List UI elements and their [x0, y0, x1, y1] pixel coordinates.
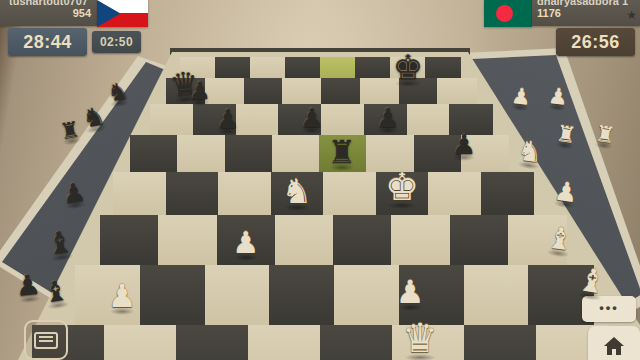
chat-icon	[34, 332, 58, 349]
square-a5[interactable]	[130, 135, 178, 172]
captured-black-rook: ♜	[58, 118, 81, 143]
black-clock: 26:56	[556, 28, 635, 56]
piece-c3-white-pawn[interactable]: ♟	[233, 228, 260, 258]
square-h7[interactable]	[437, 78, 476, 104]
black-player-rating: 1176	[532, 7, 640, 19]
bangladesh-flag-icon	[484, 0, 532, 27]
square-b8[interactable]	[215, 57, 251, 78]
piece-b6-black-pawn[interactable]: ♟	[216, 106, 239, 132]
square-b2[interactable]	[140, 265, 205, 325]
square-f3[interactable]	[391, 215, 450, 265]
square-b5[interactable]	[177, 135, 225, 172]
captured-white-rook: ♜	[594, 123, 617, 148]
piece-a7-black-pawn[interactable]: ♟	[189, 79, 211, 103]
piece-e5-black-rook[interactable]: ♜	[328, 136, 357, 168]
czech-flag-icon	[97, 0, 148, 27]
square-h4[interactable]	[481, 172, 534, 215]
rating-star-icon: ★	[626, 8, 637, 22]
square-b3[interactable]	[158, 215, 217, 265]
piece-f6-black-pawn[interactable]: ♟	[376, 105, 399, 131]
square-e8[interactable]	[320, 57, 356, 78]
captured-black-pawn: ♟	[14, 271, 42, 301]
square-d5[interactable]	[272, 135, 320, 172]
square-e7[interactable]	[321, 78, 360, 104]
piece-d6-black-pawn[interactable]: ♟	[300, 105, 323, 131]
square-d8[interactable]	[285, 57, 321, 78]
square-h8[interactable]	[425, 57, 461, 78]
piece-f4-white-king[interactable]: ♚	[385, 168, 419, 206]
square-c5[interactable]	[225, 135, 273, 172]
piece-d4-white-knight[interactable]: ♞	[282, 174, 312, 208]
square-d3[interactable]	[275, 215, 334, 265]
home-icon	[603, 336, 625, 356]
captured-black-bishop: ♝	[42, 276, 71, 307]
square-c2[interactable]	[205, 265, 270, 325]
home-button[interactable]	[588, 326, 640, 360]
square-g1[interactable]	[464, 325, 537, 360]
square-e4[interactable]	[323, 172, 376, 215]
square-a6[interactable]	[150, 104, 193, 135]
piece-a2-white-pawn[interactable]: ♟	[108, 280, 137, 312]
piece-f2-white-pawn[interactable]: ♟	[396, 276, 425, 308]
square-b1[interactable]	[104, 325, 177, 360]
square-g2[interactable]	[464, 265, 529, 325]
square-d7[interactable]	[282, 78, 321, 104]
chess-board[interactable]	[0, 0, 640, 360]
square-g6[interactable]	[407, 104, 450, 135]
square-a4[interactable]	[113, 172, 166, 215]
white-player-plate: tushartout0707 954	[0, 0, 97, 26]
white-player-rating: 954	[0, 7, 97, 19]
square-c4[interactable]	[218, 172, 271, 215]
game-screen: tushartout0707 954 dhairyasadbora 1 1176…	[0, 0, 640, 360]
captured-white-pawn: ♟	[510, 85, 532, 109]
white-clock: 28:44	[8, 28, 87, 56]
square-c7[interactable]	[244, 78, 283, 104]
square-e2[interactable]	[334, 265, 399, 325]
captured-white-pawn: ♟	[547, 85, 569, 109]
square-c8[interactable]	[250, 57, 286, 78]
square-e1[interactable]	[320, 325, 393, 360]
captured-black-bishop: ♝	[45, 226, 76, 259]
captured-white-bishop: ♝	[545, 222, 576, 255]
black-player-name: dhairyasadbora 1	[532, 0, 640, 7]
piece-g8-black-king[interactable]: ♚	[393, 50, 423, 84]
black-player-plate: dhairyasadbora 1 1176 ★	[532, 0, 640, 26]
square-f8[interactable]	[355, 57, 391, 78]
captured-white-rook: ♜	[555, 123, 578, 148]
captured-white-knight: ♞	[516, 136, 545, 167]
captured-white-bishop: ♝	[575, 263, 609, 299]
square-g3[interactable]	[450, 215, 509, 265]
piece-f1-white-queen[interactable]: ♛	[402, 318, 438, 358]
square-c1[interactable]	[176, 325, 249, 360]
square-e3[interactable]	[333, 215, 392, 265]
chat-moves-button[interactable]	[24, 320, 68, 360]
captured-black-knight: ♞	[80, 102, 107, 132]
captured-black-pawn: ♟	[61, 179, 88, 208]
square-e6[interactable]	[321, 104, 364, 135]
white-bonus-clock: 02:50	[92, 31, 141, 53]
square-a3[interactable]	[100, 215, 159, 265]
square-b4[interactable]	[166, 172, 219, 215]
square-d1[interactable]	[248, 325, 321, 360]
square-c6[interactable]	[236, 104, 279, 135]
square-d2[interactable]	[269, 265, 334, 325]
piece-h5-black-pawn[interactable]: ♟	[452, 131, 476, 158]
captured-black-knight: ♞	[106, 79, 131, 106]
square-g4[interactable]	[428, 172, 481, 215]
captured-white-pawn: ♟	[553, 178, 580, 207]
white-player-name: tushartout0707	[0, 0, 97, 7]
